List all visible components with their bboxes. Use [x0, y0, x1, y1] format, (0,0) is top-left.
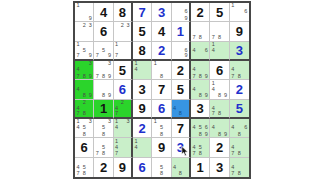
cell-r4c7[interactable]: 4789: [191, 61, 210, 80]
cell-r5c5[interactable]: 7: [152, 80, 171, 99]
given-digit: 4: [94, 3, 112, 21]
cell-r1c1[interactable]: 19: [75, 3, 94, 22]
pencil-marks: 579: [94, 42, 112, 59]
cell-r8c3[interactable]: 147: [114, 138, 133, 157]
cell-r3c6[interactable]: 69: [172, 42, 191, 61]
cell-r9c9[interactable]: 478: [230, 158, 249, 177]
cell-r8c2[interactable]: 578: [94, 138, 113, 157]
cell-r5c8[interactable]: 1489: [210, 80, 229, 99]
candidate-9: 9: [203, 93, 209, 99]
pencil-marks: 478: [230, 61, 249, 79]
solved-digit: 1: [172, 22, 189, 40]
cell-r3c8[interactable]: 14: [210, 42, 229, 61]
cell-r5c2[interactable]: 89: [94, 80, 113, 99]
pencil-marks: 69: [172, 3, 189, 21]
given-digit: 6: [210, 61, 228, 79]
pencil-marks: 69: [172, 42, 189, 59]
given-digit: 9: [152, 138, 170, 156]
pencil-marks: 489: [191, 80, 209, 98]
pencil-marks: 1579: [75, 42, 93, 59]
solved-digit: 2: [230, 80, 249, 98]
pencil-marks: 478: [210, 100, 228, 117]
cell-r7c9[interactable]: 468: [230, 119, 249, 138]
solved-digit: 7: [133, 3, 151, 21]
cell-r5c9[interactable]: 2: [230, 80, 249, 99]
pencil-marks: 3789: [94, 61, 112, 79]
given-digit: 9: [230, 22, 249, 40]
given-digit: 7: [152, 80, 170, 98]
cell-r9c7[interactable]: 1: [191, 158, 210, 177]
pencil-marks: 48: [172, 158, 189, 177]
cell-r6c2[interactable]: 1: [94, 100, 113, 119]
given-digit: 1: [94, 100, 112, 117]
cell-r1c3[interactable]: 8: [114, 3, 133, 22]
cell-r2c6[interactable]: 1: [172, 22, 191, 41]
pencil-marks: 46: [191, 42, 209, 59]
cell-r6c7[interactable]: 3: [191, 100, 210, 119]
given-digit: 6: [94, 22, 112, 40]
pencil-marks: 2478: [75, 100, 93, 117]
given-digit: 2: [210, 138, 228, 156]
given-digit: 2: [94, 158, 112, 177]
pencil-marks: 4578: [75, 158, 93, 177]
cell-r7c1[interactable]: 13458: [75, 119, 94, 138]
given-digit: 2: [191, 3, 209, 21]
cell-r9c6[interactable]: 48: [172, 158, 191, 177]
cell-r1c8[interactable]: 5: [210, 3, 229, 22]
candidate-9: 9: [183, 15, 189, 21]
given-digit: 3: [210, 158, 228, 177]
cell-r4c9[interactable]: 478: [230, 61, 249, 80]
candidate-9: 9: [107, 93, 113, 99]
pencil-marks: 23: [114, 22, 131, 40]
cell-r2c1[interactable]: 23: [75, 22, 94, 41]
candidate-9: 9: [87, 73, 93, 79]
pencil-marks: 489: [210, 119, 228, 137]
cell-r5c7[interactable]: 489: [191, 80, 210, 99]
cell-r2c5[interactable]: 4: [152, 22, 171, 41]
cell-r3c7[interactable]: 46: [191, 42, 210, 61]
given-digit: 8: [133, 42, 151, 59]
pencil-marks: 489: [75, 80, 93, 98]
given-digit: 9: [133, 100, 151, 117]
cell-r8c6[interactable]: 3: [172, 138, 191, 157]
pencil-marks: 19: [75, 3, 93, 21]
candidate-9: 9: [87, 53, 93, 59]
candidate-9: 9: [107, 53, 113, 59]
pencil-marks: 14: [133, 138, 151, 156]
pencil-marks: 14: [210, 42, 228, 59]
pencil-marks: 14: [133, 61, 151, 79]
cell-r8c1[interactable]: 6: [75, 138, 94, 157]
given-digit: 8: [114, 3, 131, 21]
given-digit: 3: [133, 80, 151, 98]
pencil-marks: 23: [75, 22, 93, 40]
cell-r4c8[interactable]: 6: [210, 61, 229, 80]
cell-r3c4[interactable]: 8: [133, 42, 152, 61]
candidate-9: 9: [87, 93, 93, 99]
sudoku-app: { "game": "sudoku", "position": "0487302…: [0, 0, 320, 180]
solved-digit: 6: [152, 100, 170, 117]
pencil-marks: 358: [94, 119, 112, 137]
cell-r6c9[interactable]: 5: [230, 100, 249, 119]
given-digit: 7: [172, 119, 189, 137]
pencil-marks: 16: [230, 3, 249, 21]
given-digit: 1: [191, 158, 209, 177]
cell-r9c5[interactable]: 58: [152, 158, 171, 177]
candidate-9: 9: [203, 73, 209, 79]
cell-r7c8[interactable]: 489: [210, 119, 229, 138]
solved-digit: 3: [230, 42, 249, 59]
cell-r1c4[interactable]: 7: [133, 3, 152, 22]
cell-r8c5[interactable]: 9: [152, 138, 171, 157]
cell-r6c6[interactable]: 48: [172, 100, 191, 119]
cell-r3c3[interactable]: 17: [114, 42, 133, 61]
cell-r2c7[interactable]: 78: [191, 22, 210, 41]
cell-r1c7[interactable]: 2: [191, 3, 210, 22]
cell-r7c7[interactable]: 45689: [191, 119, 210, 138]
solved-digit: 2: [152, 42, 170, 59]
pencil-marks: 4789: [191, 61, 209, 79]
cell-r4c4[interactable]: 14: [133, 61, 152, 80]
cell-r2c4[interactable]: 5: [133, 22, 152, 41]
solved-digit: 2: [133, 119, 151, 137]
cell-r5c1[interactable]: 489: [75, 80, 94, 99]
pencil-marks: 48: [172, 100, 189, 117]
cell-r6c4[interactable]: 9: [133, 100, 152, 119]
cell-r7c2[interactable]: 358: [94, 119, 113, 138]
cell-r8c4[interactable]: 14: [133, 138, 152, 157]
cell-r2c8[interactable]: 78: [210, 22, 229, 41]
pencil-marks: 18: [152, 61, 170, 79]
cell-r6c5[interactable]: 6: [152, 100, 171, 119]
pencil-marks: 58: [152, 158, 170, 177]
cell-r4c3[interactable]: 5: [114, 61, 133, 80]
cell-r7c3[interactable]: 134: [114, 119, 133, 138]
pencil-marks: 89: [94, 80, 112, 98]
candidate-9: 9: [87, 15, 93, 21]
pencil-marks: 478: [230, 138, 249, 156]
given-digit: 6: [75, 138, 93, 156]
cell-r4c5[interactable]: 18: [152, 61, 171, 80]
cell-r9c4[interactable]: 6: [133, 158, 152, 177]
candidate-9: 9: [183, 53, 189, 59]
cell-r8c9[interactable]: 478: [230, 138, 249, 157]
pencil-marks: 158: [152, 119, 170, 137]
given-digit: 9: [114, 158, 131, 177]
solved-digit: 6: [114, 80, 131, 98]
pencil-marks: 34789: [75, 61, 93, 79]
pencil-marks: 134: [114, 119, 131, 137]
cell-r1c5[interactable]: 3: [152, 3, 171, 22]
cell-r6c1[interactable]: 2478: [75, 100, 94, 119]
cell-r8c7[interactable]: 4578: [191, 138, 210, 157]
cell-r7c4[interactable]: 2: [133, 119, 152, 138]
cell-r1c9[interactable]: 16: [230, 3, 249, 22]
pencil-marks: 17: [114, 42, 131, 59]
pencil-marks: 78: [191, 22, 209, 40]
cell-r3c2[interactable]: 579: [94, 42, 113, 61]
cell-r5c6[interactable]: 5: [172, 80, 191, 99]
cell-r1c6[interactable]: 69: [172, 3, 191, 22]
given-digit: 2: [172, 61, 189, 79]
pencil-marks: 578: [94, 138, 112, 156]
cell-r2c9[interactable]: 9: [230, 22, 249, 41]
cell-r3c5[interactable]: 2: [152, 42, 171, 61]
solved-digit: 6: [133, 158, 151, 177]
given-digit: 3: [191, 100, 209, 117]
cell-r9c8[interactable]: 3: [210, 158, 229, 177]
candidate-9: 9: [223, 131, 229, 137]
cell-r6c3[interactable]: 247: [114, 100, 133, 119]
cell-r3c9[interactable]: 3: [230, 42, 249, 61]
solved-digit: 3: [172, 138, 189, 156]
pencil-marks: 147: [114, 138, 131, 156]
given-digit: 5: [133, 22, 151, 40]
cell-r2c2[interactable]: 6: [94, 22, 113, 41]
cell-r8c8[interactable]: 2: [210, 138, 229, 157]
candidate-9: 9: [223, 93, 229, 99]
given-digit: 5: [172, 80, 189, 98]
solved-digit: 3: [152, 3, 170, 21]
pencil-marks: 1489: [210, 80, 228, 98]
given-digit: 5: [210, 3, 228, 21]
pencil-marks: 78: [210, 22, 228, 40]
cell-r9c2[interactable]: 2: [94, 158, 113, 177]
sudoku-board: 1948736925162362354178789157957917826946…: [73, 1, 251, 179]
pencil-marks: 45689: [191, 119, 209, 137]
cell-r4c2[interactable]: 3789: [94, 61, 113, 80]
cell-r2c3[interactable]: 23: [114, 22, 133, 41]
cell-r7c6[interactable]: 7: [172, 119, 191, 138]
given-digit: 5: [114, 61, 131, 79]
pencil-marks: 13458: [75, 119, 93, 137]
cell-r6c8[interactable]: 478: [210, 100, 229, 119]
pencil-marks: 247: [114, 100, 131, 117]
pencil-marks: 478: [230, 158, 249, 177]
pencil-marks: 468: [230, 119, 249, 137]
cell-r4c6[interactable]: 2: [172, 61, 191, 80]
candidate-9: 9: [107, 73, 113, 79]
pencil-marks: 4578: [191, 138, 209, 156]
cell-r3c1[interactable]: 1579: [75, 42, 94, 61]
cell-r5c3[interactable]: 6: [114, 80, 133, 99]
cell-r7c5[interactable]: 158: [152, 119, 171, 138]
cell-r4c1[interactable]: 34789: [75, 61, 94, 80]
solved-digit: 5: [230, 100, 249, 117]
cell-r9c1[interactable]: 4578: [75, 158, 94, 177]
cell-r9c3[interactable]: 9: [114, 158, 133, 177]
given-digit: 4: [152, 22, 170, 40]
cell-r1c2[interactable]: 4: [94, 3, 113, 22]
candidate-9: 9: [203, 131, 209, 137]
cell-r5c4[interactable]: 3: [133, 80, 152, 99]
